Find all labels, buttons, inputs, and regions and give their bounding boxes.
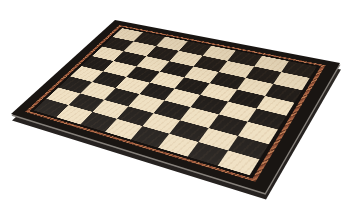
inlay-border [25, 25, 325, 182]
playing-field [34, 28, 317, 175]
product-photo-stage [0, 0, 350, 210]
inner-frame-line [29, 27, 321, 179]
